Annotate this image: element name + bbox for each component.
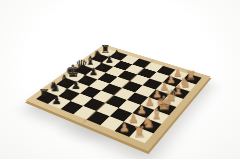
square-h1[interactable]: ♜ bbox=[129, 128, 153, 144]
black-pawn[interactable]: ♟ bbox=[71, 80, 80, 91]
black-pawn[interactable]: ♟ bbox=[80, 73, 89, 83]
black-pawn[interactable]: ♟ bbox=[51, 94, 61, 105]
black-pawn[interactable]: ♟ bbox=[89, 66, 98, 76]
white-pawn[interactable]: ♟ bbox=[119, 121, 130, 133]
black-pawn[interactable]: ♟ bbox=[105, 54, 114, 64]
chess-set-photo: ♜♟♟♜♞♟♟♞♝♟♟♝♛♟♟♛♚♟♟♚♝♟♟♝♞♟♟♞♜♟♟♜ bbox=[0, 0, 240, 159]
black-rook[interactable]: ♜ bbox=[38, 88, 50, 101]
black-pawn[interactable]: ♟ bbox=[61, 87, 71, 98]
black-pawn[interactable]: ♟ bbox=[97, 60, 106, 70]
white-rook[interactable]: ♜ bbox=[132, 124, 145, 139]
